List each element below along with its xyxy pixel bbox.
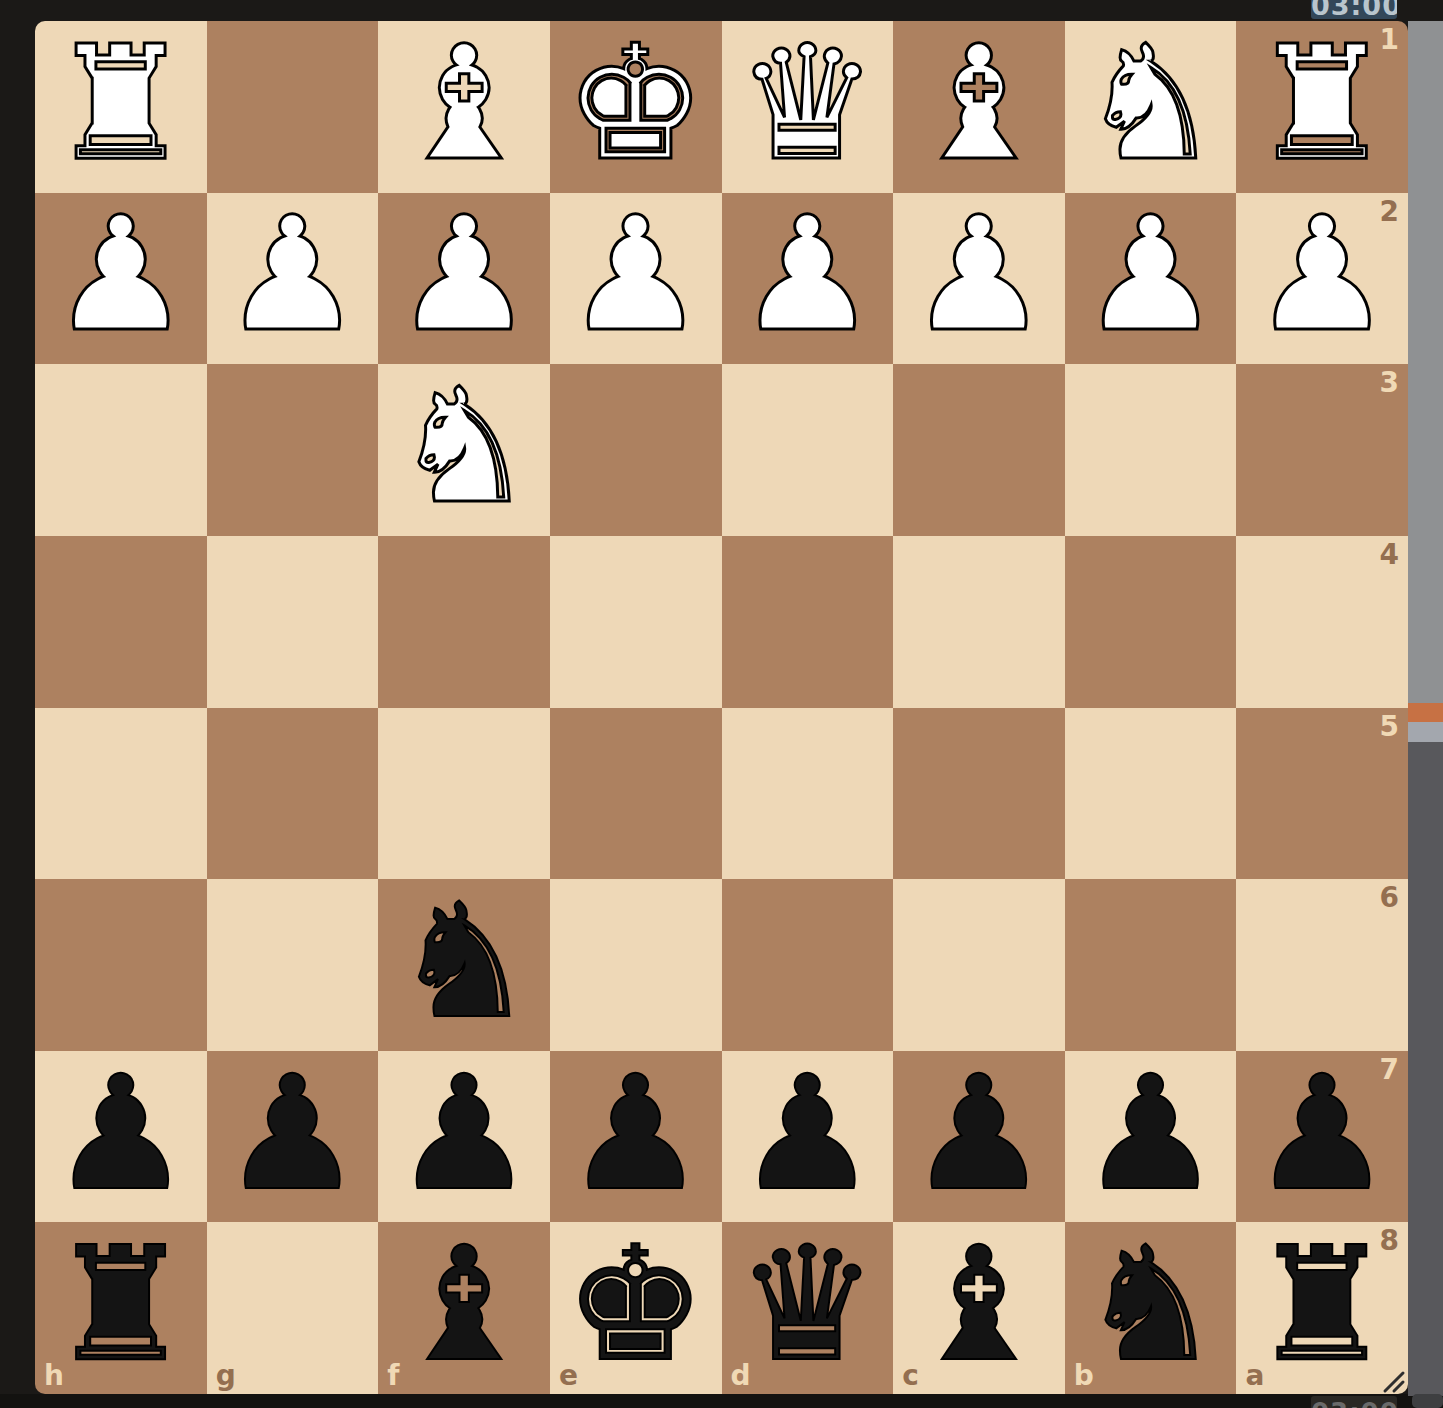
piece-white-bishop-c1[interactable]: ♝ bbox=[908, 24, 1050, 182]
square-a4[interactable]: 4 bbox=[1236, 536, 1408, 708]
square-d1[interactable]: ♛ bbox=[722, 21, 894, 193]
square-h8[interactable]: ♜h bbox=[35, 1222, 207, 1394]
square-c2[interactable]: ♟ bbox=[893, 193, 1065, 365]
coord-rank-3: 3 bbox=[1380, 369, 1399, 397]
square-e3[interactable] bbox=[550, 364, 722, 536]
square-b4[interactable] bbox=[1065, 536, 1237, 708]
square-e1[interactable]: ♚ bbox=[550, 21, 722, 193]
square-b5[interactable] bbox=[1065, 708, 1237, 880]
piece-white-pawn-c2[interactable]: ♟ bbox=[908, 195, 1050, 353]
square-f5[interactable] bbox=[378, 708, 550, 880]
square-b8[interactable]: ♞b bbox=[1065, 1222, 1237, 1394]
piece-white-bishop-f1[interactable]: ♝ bbox=[393, 24, 535, 182]
piece-black-rook-h8[interactable]: ♜ bbox=[50, 1225, 192, 1383]
piece-black-rook-a8[interactable]: ♜ bbox=[1251, 1225, 1393, 1383]
scrollbar-marker bbox=[1408, 703, 1443, 722]
coord-rank-2: 2 bbox=[1380, 198, 1399, 226]
piece-black-king-e8[interactable]: ♚ bbox=[565, 1225, 707, 1383]
square-d8[interactable]: ♛d bbox=[722, 1222, 894, 1394]
piece-black-pawn-c7[interactable]: ♟ bbox=[908, 1054, 1050, 1212]
piece-black-pawn-d7[interactable]: ♟ bbox=[736, 1054, 878, 1212]
scrollbar-track[interactable] bbox=[1408, 742, 1443, 1396]
piece-black-pawn-a7[interactable]: ♟ bbox=[1251, 1054, 1393, 1212]
square-g4[interactable] bbox=[207, 536, 379, 708]
square-c7[interactable]: ♟ bbox=[893, 1051, 1065, 1223]
coord-file-c: c bbox=[902, 1362, 919, 1390]
coord-file-e: e bbox=[559, 1362, 578, 1390]
square-f3[interactable]: ♞ bbox=[378, 364, 550, 536]
white-clock: 03:00 bbox=[1311, 0, 1397, 19]
square-d4[interactable] bbox=[722, 536, 894, 708]
coord-file-h: h bbox=[44, 1362, 64, 1390]
piece-white-rook-a1[interactable]: ♜ bbox=[1251, 24, 1393, 182]
square-e4[interactable] bbox=[550, 536, 722, 708]
square-f1[interactable]: ♝ bbox=[378, 21, 550, 193]
square-g6[interactable] bbox=[207, 879, 379, 1051]
square-f6[interactable]: ♞ bbox=[378, 879, 550, 1051]
piece-white-king-e1[interactable]: ♚ bbox=[565, 24, 707, 182]
square-c3[interactable] bbox=[893, 364, 1065, 536]
piece-black-pawn-f7[interactable]: ♟ bbox=[393, 1054, 535, 1212]
scrollbar-thumb[interactable] bbox=[1408, 21, 1443, 703]
coord-file-a: a bbox=[1245, 1362, 1264, 1390]
square-a3[interactable]: 3 bbox=[1236, 364, 1408, 536]
scrollbar-bottom-cap bbox=[1412, 1394, 1443, 1408]
square-b6[interactable] bbox=[1065, 879, 1237, 1051]
piece-white-knight-b1[interactable]: ♞ bbox=[1080, 24, 1222, 182]
square-b7[interactable]: ♟ bbox=[1065, 1051, 1237, 1223]
square-g5[interactable] bbox=[207, 708, 379, 880]
piece-black-queen-d8[interactable]: ♛ bbox=[736, 1225, 878, 1383]
square-a6[interactable]: 6 bbox=[1236, 879, 1408, 1051]
square-g2[interactable]: ♟ bbox=[207, 193, 379, 365]
square-a8[interactable]: ♜a8 bbox=[1236, 1222, 1408, 1394]
square-d7[interactable]: ♟ bbox=[722, 1051, 894, 1223]
square-e8[interactable]: ♚e bbox=[550, 1222, 722, 1394]
square-h7[interactable]: ♟ bbox=[35, 1051, 207, 1223]
square-b1[interactable]: ♞ bbox=[1065, 21, 1237, 193]
square-h4[interactable] bbox=[35, 536, 207, 708]
square-h3[interactable] bbox=[35, 364, 207, 536]
square-h2[interactable]: ♟ bbox=[35, 193, 207, 365]
piece-black-pawn-b7[interactable]: ♟ bbox=[1080, 1054, 1222, 1212]
square-c4[interactable] bbox=[893, 536, 1065, 708]
piece-white-pawn-f2[interactable]: ♟ bbox=[393, 195, 535, 353]
square-g1[interactable] bbox=[207, 21, 379, 193]
board-resize-handle[interactable] bbox=[1382, 1370, 1406, 1394]
square-h6[interactable] bbox=[35, 879, 207, 1051]
square-a2[interactable]: ♟2 bbox=[1236, 193, 1408, 365]
coord-rank-4: 4 bbox=[1380, 541, 1399, 569]
piece-white-pawn-b2[interactable]: ♟ bbox=[1080, 195, 1222, 353]
square-a7[interactable]: ♟7 bbox=[1236, 1051, 1408, 1223]
square-f7[interactable]: ♟ bbox=[378, 1051, 550, 1223]
square-c6[interactable] bbox=[893, 879, 1065, 1051]
square-f4[interactable] bbox=[378, 536, 550, 708]
square-f2[interactable]: ♟ bbox=[378, 193, 550, 365]
piece-black-pawn-h7[interactable]: ♟ bbox=[50, 1054, 192, 1212]
square-c1[interactable]: ♝ bbox=[893, 21, 1065, 193]
piece-white-pawn-g2[interactable]: ♟ bbox=[222, 195, 364, 353]
coord-rank-5: 5 bbox=[1380, 713, 1399, 741]
square-d3[interactable] bbox=[722, 364, 894, 536]
square-f8[interactable]: ♝f bbox=[378, 1222, 550, 1394]
square-d5[interactable] bbox=[722, 708, 894, 880]
piece-white-rook-h1[interactable]: ♜ bbox=[50, 24, 192, 182]
piece-white-pawn-h2[interactable]: ♟ bbox=[50, 195, 192, 353]
black-clock: 03:00 bbox=[1311, 1396, 1397, 1408]
coord-file-b: b bbox=[1074, 1362, 1094, 1390]
square-g3[interactable] bbox=[207, 364, 379, 536]
piece-white-pawn-e2[interactable]: ♟ bbox=[565, 195, 707, 353]
piece-black-pawn-e7[interactable]: ♟ bbox=[565, 1054, 707, 1212]
bottom-background-strip bbox=[0, 1394, 1443, 1408]
coord-file-g: g bbox=[216, 1362, 236, 1390]
square-c5[interactable] bbox=[893, 708, 1065, 880]
square-e6[interactable] bbox=[550, 879, 722, 1051]
square-e5[interactable] bbox=[550, 708, 722, 880]
piece-white-pawn-a2[interactable]: ♟ bbox=[1251, 195, 1393, 353]
square-b2[interactable]: ♟ bbox=[1065, 193, 1237, 365]
resize-handle-icon bbox=[1382, 1370, 1406, 1394]
square-a5[interactable]: 5 bbox=[1236, 708, 1408, 880]
coord-file-d: d bbox=[731, 1362, 751, 1390]
square-a1[interactable]: ♜1 bbox=[1236, 21, 1408, 193]
square-h1[interactable]: ♜ bbox=[35, 21, 207, 193]
black-clock-time: 03:00 bbox=[1311, 1400, 1397, 1408]
square-b3[interactable] bbox=[1065, 364, 1237, 536]
coord-rank-1: 1 bbox=[1380, 26, 1399, 54]
game-screen: 03:00 ♜♝♚♛♝♞♜1♟♟♟♟♟♟♟♟2♞345♞6♟♟♟♟♟♟♟♟7♜h… bbox=[0, 0, 1443, 1408]
piece-white-pawn-d2[interactable]: ♟ bbox=[736, 195, 878, 353]
coord-rank-7: 7 bbox=[1380, 1056, 1399, 1084]
square-g7[interactable]: ♟ bbox=[207, 1051, 379, 1223]
square-e2[interactable]: ♟ bbox=[550, 193, 722, 365]
piece-black-knight-f6[interactable]: ♞ bbox=[393, 882, 535, 1040]
piece-black-knight-b8[interactable]: ♞ bbox=[1080, 1225, 1222, 1383]
board[interactable]: ♜♝♚♛♝♞♜1♟♟♟♟♟♟♟♟2♞345♞6♟♟♟♟♟♟♟♟7♜hg♝f♚e♛… bbox=[35, 21, 1408, 1394]
piece-white-queen-d1[interactable]: ♛ bbox=[736, 24, 878, 182]
white-clock-time: 03:00 bbox=[1311, 0, 1397, 19]
coord-file-f: f bbox=[387, 1362, 399, 1390]
piece-black-bishop-c8[interactable]: ♝ bbox=[908, 1225, 1050, 1383]
square-d2[interactable]: ♟ bbox=[722, 193, 894, 365]
square-e7[interactable]: ♟ bbox=[550, 1051, 722, 1223]
square-g8[interactable]: g bbox=[207, 1222, 379, 1394]
piece-black-pawn-g7[interactable]: ♟ bbox=[222, 1054, 364, 1212]
coord-rank-6: 6 bbox=[1380, 884, 1399, 912]
coord-rank-8: 8 bbox=[1380, 1227, 1399, 1255]
scrollbar-band bbox=[1408, 722, 1443, 742]
piece-black-bishop-f8[interactable]: ♝ bbox=[393, 1225, 535, 1383]
square-c8[interactable]: ♝c bbox=[893, 1222, 1065, 1394]
square-h5[interactable] bbox=[35, 708, 207, 880]
square-d6[interactable] bbox=[722, 879, 894, 1051]
piece-white-knight-f3[interactable]: ♞ bbox=[393, 367, 535, 525]
